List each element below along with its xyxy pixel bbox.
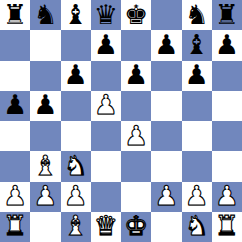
square-f6[interactable]: [151, 61, 181, 91]
piece-black-bishop[interactable]: ♝: [185, 31, 209, 58]
square-a2[interactable]: ♟: [0, 182, 30, 212]
square-e4[interactable]: ♟: [121, 121, 151, 151]
square-c3[interactable]: ♞: [61, 151, 91, 181]
piece-black-pawn[interactable]: ♟: [94, 31, 118, 58]
square-a6[interactable]: [0, 61, 30, 91]
square-b4[interactable]: [30, 121, 60, 151]
square-c2[interactable]: ♟: [61, 182, 91, 212]
square-b7[interactable]: [30, 30, 60, 60]
square-h5[interactable]: [212, 91, 242, 121]
square-g6[interactable]: ♟: [182, 61, 212, 91]
square-d2[interactable]: [91, 182, 121, 212]
square-h2[interactable]: ♟: [212, 182, 242, 212]
piece-white-knight[interactable]: ♞: [64, 152, 88, 179]
square-h7[interactable]: ♟: [212, 30, 242, 60]
square-c7[interactable]: [61, 30, 91, 60]
square-b5[interactable]: ♟: [30, 91, 60, 121]
piece-black-pawn[interactable]: ♟: [64, 61, 88, 88]
square-f4[interactable]: [151, 121, 181, 151]
piece-white-pawn[interactable]: ♟: [94, 91, 118, 118]
piece-black-pawn[interactable]: ♟: [215, 31, 239, 58]
square-a4[interactable]: [0, 121, 30, 151]
piece-white-pawn[interactable]: ♟: [3, 182, 27, 209]
square-f2[interactable]: ♟: [151, 182, 181, 212]
piece-white-knight[interactable]: ♞: [185, 212, 209, 239]
square-c4[interactable]: [61, 121, 91, 151]
square-a3[interactable]: [0, 151, 30, 181]
square-f7[interactable]: ♟: [151, 30, 181, 60]
square-h6[interactable]: [212, 61, 242, 91]
square-f5[interactable]: [151, 91, 181, 121]
square-e8[interactable]: ♚: [121, 0, 151, 30]
square-h8[interactable]: ♜: [212, 0, 242, 30]
piece-white-bishop[interactable]: ♝: [64, 212, 88, 239]
piece-white-bishop[interactable]: ♝: [33, 152, 57, 179]
square-d4[interactable]: [91, 121, 121, 151]
square-a8[interactable]: ♜: [0, 0, 30, 30]
square-d1[interactable]: ♛: [91, 212, 121, 242]
square-d3[interactable]: [91, 151, 121, 181]
square-e5[interactable]: [121, 91, 151, 121]
square-a7[interactable]: [0, 30, 30, 60]
piece-black-queen[interactable]: ♛: [94, 1, 118, 28]
square-e6[interactable]: ♟: [121, 61, 151, 91]
square-e7[interactable]: [121, 30, 151, 60]
square-g1[interactable]: ♞: [182, 212, 212, 242]
piece-white-king[interactable]: ♚: [124, 212, 148, 239]
square-d5[interactable]: ♟: [91, 91, 121, 121]
square-h4[interactable]: [212, 121, 242, 151]
square-e3[interactable]: [121, 151, 151, 181]
piece-black-pawn[interactable]: ♟: [124, 61, 148, 88]
square-c5[interactable]: [61, 91, 91, 121]
piece-black-knight[interactable]: ♞: [185, 1, 209, 28]
square-e1[interactable]: ♚: [121, 212, 151, 242]
square-h3[interactable]: [212, 151, 242, 181]
piece-black-pawn[interactable]: ♟: [33, 91, 57, 118]
square-a1[interactable]: ♜: [0, 212, 30, 242]
piece-white-rook[interactable]: ♜: [215, 212, 239, 239]
square-b8[interactable]: ♞: [30, 0, 60, 30]
square-b2[interactable]: ♟: [30, 182, 60, 212]
piece-black-rook[interactable]: ♜: [3, 1, 27, 28]
square-g3[interactable]: [182, 151, 212, 181]
square-f1[interactable]: [151, 212, 181, 242]
piece-white-pawn[interactable]: ♟: [215, 182, 239, 209]
square-d6[interactable]: [91, 61, 121, 91]
piece-white-pawn[interactable]: ♟: [124, 122, 148, 149]
square-g2[interactable]: ♟: [182, 182, 212, 212]
piece-black-pawn[interactable]: ♟: [154, 31, 178, 58]
square-c8[interactable]: ♝: [61, 0, 91, 30]
piece-white-pawn[interactable]: ♟: [33, 182, 57, 209]
square-e2[interactable]: [121, 182, 151, 212]
square-f8[interactable]: [151, 0, 181, 30]
square-g8[interactable]: ♞: [182, 0, 212, 30]
piece-black-knight[interactable]: ♞: [33, 1, 57, 28]
square-g4[interactable]: [182, 121, 212, 151]
piece-white-queen[interactable]: ♛: [94, 212, 118, 239]
square-a5[interactable]: ♟: [0, 91, 30, 121]
piece-black-rook[interactable]: ♜: [215, 1, 239, 28]
piece-black-bishop[interactable]: ♝: [64, 1, 88, 28]
square-b3[interactable]: ♝: [30, 151, 60, 181]
square-d8[interactable]: ♛: [91, 0, 121, 30]
piece-white-rook[interactable]: ♜: [3, 212, 27, 239]
square-c1[interactable]: ♝: [61, 212, 91, 242]
square-g7[interactable]: ♝: [182, 30, 212, 60]
square-f3[interactable]: [151, 151, 181, 181]
piece-black-pawn[interactable]: ♟: [185, 61, 209, 88]
piece-black-pawn[interactable]: ♟: [3, 91, 27, 118]
square-c6[interactable]: ♟: [61, 61, 91, 91]
piece-white-pawn[interactable]: ♟: [185, 182, 209, 209]
chess-board: ♜♞♝♛♚♞♜♟♟♝♟♟♟♟♟♟♟♟♝♞♟♟♟♟♟♟♜♝♛♚♞♜: [0, 0, 242, 242]
piece-white-pawn[interactable]: ♟: [154, 182, 178, 209]
square-g5[interactable]: [182, 91, 212, 121]
square-b6[interactable]: [30, 61, 60, 91]
square-b1[interactable]: [30, 212, 60, 242]
piece-black-king[interactable]: ♚: [124, 1, 148, 28]
square-d7[interactable]: ♟: [91, 30, 121, 60]
piece-white-pawn[interactable]: ♟: [64, 182, 88, 209]
square-h1[interactable]: ♜: [212, 212, 242, 242]
